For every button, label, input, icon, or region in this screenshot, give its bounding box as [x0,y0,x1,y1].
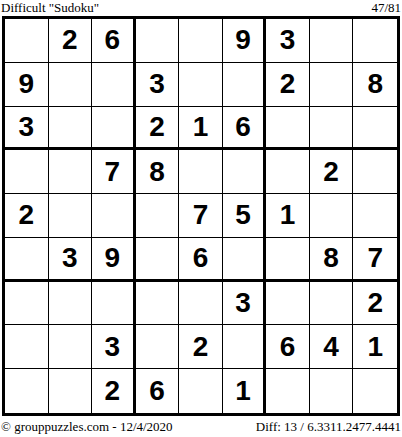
cell-r8c3: 3 [92,325,136,369]
cell-r7c3[interactable] [92,282,136,326]
cell-r5c5: 7 [179,194,223,238]
cell-r8c4[interactable] [136,325,180,369]
cell-r9c7[interactable] [266,369,310,413]
footer-copyright: © grouppuzzles.com - 12/4/2020 [1,420,173,433]
cell-r2c3[interactable] [92,63,136,107]
cell-r2c2[interactable] [49,63,93,107]
cell-r3c1: 3 [5,107,49,151]
cell-r7c9: 2 [353,282,397,326]
cell-r7c7[interactable] [266,282,310,326]
cell-r6c9: 7 [353,238,397,282]
footer-difficulty: Diff: 13 / 6.3311.2477.4441 [256,420,401,433]
cell-r4c5[interactable] [179,150,223,194]
cell-r4c4: 8 [136,150,180,194]
cell-r8c5: 2 [179,325,223,369]
footer: © grouppuzzles.com - 12/4/2020 Diff: 13 … [0,416,402,433]
cell-r4c9[interactable] [353,150,397,194]
cell-r6c5: 6 [179,238,223,282]
cell-r6c2: 3 [49,238,93,282]
cell-r3c6: 6 [223,107,267,151]
cell-r1c7: 3 [266,19,310,63]
cell-r7c8[interactable] [310,282,354,326]
cell-r7c6: 3 [223,282,267,326]
cell-r3c7[interactable] [266,107,310,151]
cell-r6c7[interactable] [266,238,310,282]
cell-r8c6[interactable] [223,325,267,369]
cell-r9c5[interactable] [179,369,223,413]
cell-r4c7[interactable] [266,150,310,194]
cell-r7c5[interactable] [179,282,223,326]
cell-r9c2[interactable] [49,369,93,413]
page-title: Difficult "Sudoku" [1,1,99,14]
empty-cell-counter: 47/81 [371,1,401,14]
cell-r1c5[interactable] [179,19,223,63]
cell-r2c1: 9 [5,63,49,107]
cell-r4c2[interactable] [49,150,93,194]
cell-r5c8[interactable] [310,194,354,238]
cell-r9c9[interactable] [353,369,397,413]
cell-r1c8[interactable] [310,19,354,63]
cell-r4c8: 2 [310,150,354,194]
cell-r8c7: 6 [266,325,310,369]
cell-r1c3: 6 [92,19,136,63]
cell-r5c9[interactable] [353,194,397,238]
cell-r1c6: 9 [223,19,267,63]
cell-r7c1[interactable] [5,282,49,326]
cell-r1c9[interactable] [353,19,397,63]
cell-r9c4: 6 [136,369,180,413]
cell-r3c3[interactable] [92,107,136,151]
cell-r3c9[interactable] [353,107,397,151]
cell-r9c8[interactable] [310,369,354,413]
cell-r7c4[interactable] [136,282,180,326]
cell-r4c6[interactable] [223,150,267,194]
cell-r1c2: 2 [49,19,93,63]
cell-r5c6: 5 [223,194,267,238]
header: Difficult "Sudoku" 47/81 [0,0,402,16]
cell-r2c9: 8 [353,63,397,107]
cell-r6c3: 9 [92,238,136,282]
cell-r3c4: 2 [136,107,180,151]
cell-r8c8: 4 [310,325,354,369]
cell-r6c6[interactable] [223,238,267,282]
cell-r4c1[interactable] [5,150,49,194]
cell-r5c3[interactable] [92,194,136,238]
cell-r2c6[interactable] [223,63,267,107]
cell-r5c4[interactable] [136,194,180,238]
cell-r5c2[interactable] [49,194,93,238]
cell-r9c3: 2 [92,369,136,413]
cell-r9c6: 1 [223,369,267,413]
cell-r5c7: 1 [266,194,310,238]
cell-r1c1[interactable] [5,19,49,63]
cell-r5c1: 2 [5,194,49,238]
cell-r3c2[interactable] [49,107,93,151]
cell-r7c2[interactable] [49,282,93,326]
cell-r6c4[interactable] [136,238,180,282]
cell-r6c1[interactable] [5,238,49,282]
cell-r3c8[interactable] [310,107,354,151]
cell-r2c8[interactable] [310,63,354,107]
cell-r2c5[interactable] [179,63,223,107]
sudoku-board: 2693932832167822751396873232641261 [2,16,400,416]
cell-r8c9: 1 [353,325,397,369]
cell-r9c1[interactable] [5,369,49,413]
cell-r3c5: 1 [179,107,223,151]
cell-r8c2[interactable] [49,325,93,369]
cell-r2c7: 2 [266,63,310,107]
cell-r2c4: 3 [136,63,180,107]
cell-r1c4[interactable] [136,19,180,63]
cell-r8c1[interactable] [5,325,49,369]
cell-r6c8: 8 [310,238,354,282]
cell-r4c3: 7 [92,150,136,194]
